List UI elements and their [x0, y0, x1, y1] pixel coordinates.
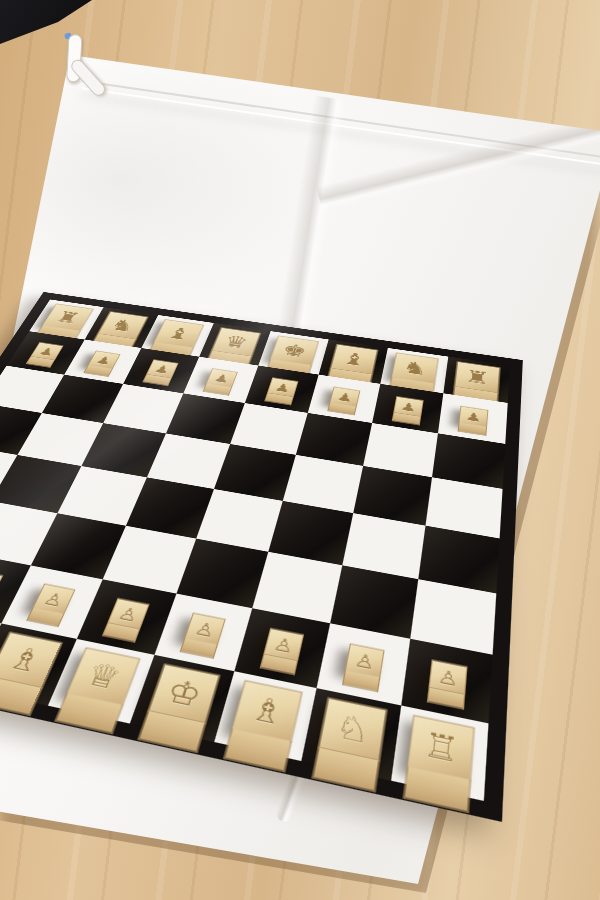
white-pawn-f2[interactable]: ♙ — [263, 628, 304, 662]
black-pawn-f7[interactable]: ♟ — [329, 387, 360, 408]
drawstring-cord — [48, 25, 123, 116]
pawn-glyph: ♙ — [437, 666, 459, 688]
square-f1[interactable]: ♗ — [214, 671, 316, 761]
bishop-glyph: ♗ — [247, 691, 288, 730]
bishop-glyph: ♝ — [340, 350, 368, 369]
pawn-glyph: ♟ — [465, 410, 482, 423]
black-bishop-c8[interactable]: ♝ — [153, 319, 204, 348]
pawn-glyph: ♟ — [153, 363, 172, 375]
rook-glyph: ♜ — [53, 309, 83, 326]
black-knight-g8[interactable]: ♞ — [391, 352, 438, 384]
pawn-glyph: ♙ — [272, 634, 296, 655]
square-g1[interactable]: ♘ — [301, 688, 401, 781]
pawn-glyph: ♟ — [94, 354, 113, 366]
pawn-glyph: ♙ — [41, 589, 66, 608]
white-rook-h1[interactable]: ♖ — [407, 715, 475, 781]
knight-glyph: ♘ — [333, 709, 373, 749]
pawn-glyph: ♟ — [400, 400, 418, 413]
pawn-glyph: ♙ — [353, 650, 376, 672]
black-rook-a8[interactable]: ♜ — [42, 304, 94, 332]
board-grid: ♜♞♝♛♚♝♞♜♟♟♟♟♟♟♟♟♙♙♙♙♙♙♙♙♖♘♗♕♔♗♘♖ — [0, 299, 510, 800]
pawn-glyph: ♟ — [37, 345, 57, 357]
pawn-glyph: ♙ — [116, 604, 141, 624]
black-pawn-d7[interactable]: ♟ — [206, 368, 238, 388]
pawn-glyph: ♟ — [213, 372, 232, 384]
white-bishop-c1[interactable]: ♗ — [0, 632, 63, 689]
white-pawn-h2[interactable]: ♙ — [428, 659, 467, 695]
black-pawn-e7[interactable]: ♟ — [267, 377, 299, 397]
knight-glyph: ♞ — [108, 317, 138, 335]
black-king-e8[interactable]: ♚ — [270, 335, 319, 365]
black-knight-b8[interactable]: ♞ — [97, 311, 148, 339]
rook-glyph: ♜ — [464, 367, 491, 387]
white-pawn-e2[interactable]: ♙ — [184, 613, 226, 646]
pawn-glyph: ♟ — [274, 381, 292, 394]
knight-glyph: ♞ — [401, 358, 428, 378]
fabric-fold — [316, 114, 600, 212]
black-bishop-f8[interactable]: ♝ — [330, 344, 378, 375]
bishop-glyph: ♗ — [3, 642, 47, 677]
rook-glyph: ♖ — [422, 727, 461, 768]
white-knight-g1[interactable]: ♘ — [318, 697, 388, 761]
king-glyph: ♚ — [280, 341, 308, 360]
black-pawn-c7[interactable]: ♟ — [146, 359, 179, 378]
black-pawn-g7[interactable]: ♟ — [393, 396, 423, 417]
pawn-glyph: ♟ — [336, 390, 354, 403]
white-bishop-f1[interactable]: ♗ — [231, 680, 302, 742]
white-pawn-c2[interactable]: ♙ — [32, 583, 75, 614]
bishop-glyph: ♝ — [164, 325, 193, 343]
black-pawn-h7[interactable]: ♟ — [459, 406, 489, 428]
white-pawn-d2[interactable]: ♙ — [107, 598, 150, 630]
white-queen-d1[interactable]: ♕ — [66, 647, 140, 706]
black-queen-d8[interactable]: ♛ — [211, 327, 261, 357]
queen-glyph: ♛ — [222, 333, 251, 351]
white-king-e1[interactable]: ♔ — [147, 663, 220, 724]
white-pawn-b2[interactable]: ♙ — [0, 569, 3, 600]
black-rook-h8[interactable]: ♜ — [454, 361, 501, 393]
queen-glyph: ♕ — [82, 658, 125, 694]
pawn-glyph: ♙ — [193, 619, 217, 640]
black-pawn-a7[interactable]: ♟ — [30, 342, 63, 361]
photo-scene: ♜♞♝♛♚♝♞♜♟♟♟♟♟♟♟♟♙♙♙♙♙♙♙♙♖♘♗♕♔♗♘♖ — [0, 0, 600, 900]
black-pawn-b7[interactable]: ♟ — [87, 351, 120, 370]
square-h1[interactable]: ♖ — [391, 705, 488, 800]
king-glyph: ♔ — [163, 674, 205, 712]
white-pawn-g2[interactable]: ♙ — [345, 643, 385, 678]
